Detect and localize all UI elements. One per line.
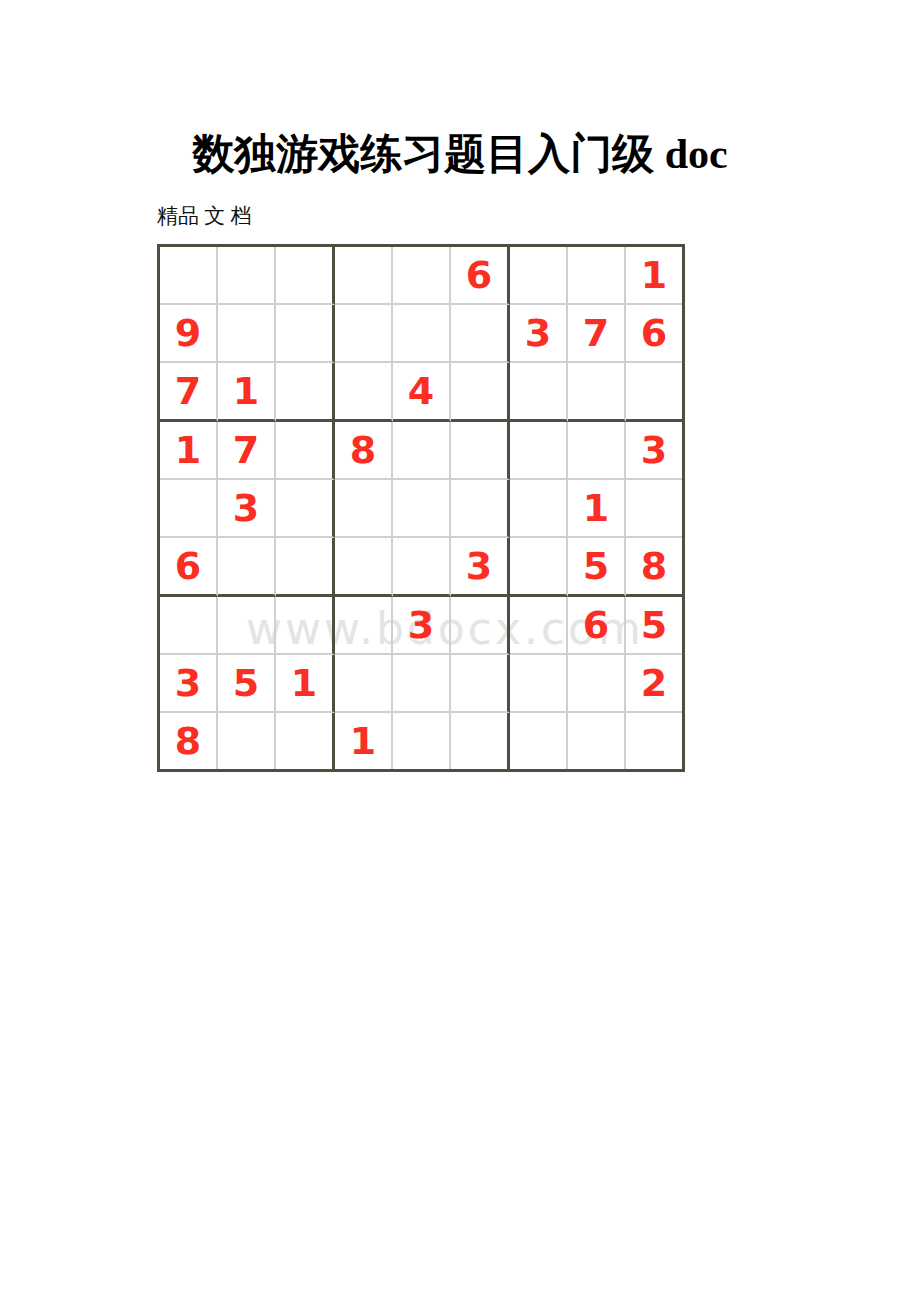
sudoku-grid: 6193767141783316358365351281 xyxy=(160,247,682,769)
cell-r9c1: 8 xyxy=(160,713,218,769)
cell-r3c7 xyxy=(510,363,568,422)
cell-r6c7 xyxy=(510,538,568,597)
cell-r5c3 xyxy=(276,480,335,538)
cell-r5c9 xyxy=(626,480,682,538)
cell-r5c2: 3 xyxy=(218,480,276,538)
given-digit: 8 xyxy=(350,431,376,469)
given-digit: 8 xyxy=(641,547,667,585)
given-digit: 9 xyxy=(175,314,201,352)
given-digit: 8 xyxy=(175,722,201,760)
given-digit: 5 xyxy=(583,547,609,585)
board-row-1: 61 xyxy=(160,247,682,305)
cell-r1c1 xyxy=(160,247,218,305)
cell-r3c3 xyxy=(276,363,335,422)
board-row-6: 6358 xyxy=(160,538,682,597)
cell-r7c4 xyxy=(335,597,393,655)
cell-r4c3 xyxy=(276,422,335,480)
cell-r3c9 xyxy=(626,363,682,422)
cell-r3c4 xyxy=(335,363,393,422)
board-row-3: 714 xyxy=(160,363,682,422)
cell-r6c4 xyxy=(335,538,393,597)
board-row-4: 1783 xyxy=(160,422,682,480)
cell-r7c6 xyxy=(451,597,510,655)
given-digit: 7 xyxy=(583,314,609,352)
board-row-7: 365 xyxy=(160,597,682,655)
given-digit: 4 xyxy=(408,372,434,410)
cell-r5c1 xyxy=(160,480,218,538)
cell-r5c7 xyxy=(510,480,568,538)
given-digit: 3 xyxy=(408,606,434,644)
cell-r2c3 xyxy=(276,305,335,363)
cell-r5c5 xyxy=(393,480,451,538)
cell-r7c5: 3 xyxy=(393,597,451,655)
cell-r9c7 xyxy=(510,713,568,769)
cell-r8c8 xyxy=(568,655,626,713)
cell-r6c6: 3 xyxy=(451,538,510,597)
cell-r6c3 xyxy=(276,538,335,597)
cell-r7c8: 6 xyxy=(568,597,626,655)
cell-r3c1: 7 xyxy=(160,363,218,422)
given-digit: 5 xyxy=(233,664,259,702)
given-digit: 3 xyxy=(525,314,551,352)
cell-r1c6: 6 xyxy=(451,247,510,305)
given-digit: 6 xyxy=(641,314,667,352)
cell-r9c3 xyxy=(276,713,335,769)
sudoku-board: www.bdocx.com 61937671417833163583653512… xyxy=(157,244,685,772)
given-digit: 1 xyxy=(175,431,201,469)
cell-r3c8 xyxy=(568,363,626,422)
given-digit: 7 xyxy=(233,431,259,469)
cell-r1c5 xyxy=(393,247,451,305)
given-digit: 1 xyxy=(641,256,667,294)
cell-r9c4: 1 xyxy=(335,713,393,769)
cell-r2c6 xyxy=(451,305,510,363)
cell-r5c6 xyxy=(451,480,510,538)
given-digit: 3 xyxy=(466,547,492,585)
given-digit: 2 xyxy=(641,664,667,702)
board-row-8: 3512 xyxy=(160,655,682,713)
cell-r2c5 xyxy=(393,305,451,363)
cell-r6c5 xyxy=(393,538,451,597)
given-digit: 5 xyxy=(641,606,667,644)
cell-r7c9: 5 xyxy=(626,597,682,655)
cell-r9c8 xyxy=(568,713,626,769)
cell-r8c1: 3 xyxy=(160,655,218,713)
cell-r1c4 xyxy=(335,247,393,305)
cell-r2c4 xyxy=(335,305,393,363)
cell-r9c6 xyxy=(451,713,510,769)
cell-r8c7 xyxy=(510,655,568,713)
cell-r2c1: 9 xyxy=(160,305,218,363)
given-digit: 6 xyxy=(583,606,609,644)
cell-r4c9: 3 xyxy=(626,422,682,480)
cell-r6c1: 6 xyxy=(160,538,218,597)
cell-r6c9: 8 xyxy=(626,538,682,597)
cell-r1c8 xyxy=(568,247,626,305)
page-title: 数独游戏练习题目入门级 doc xyxy=(0,128,920,181)
cell-r2c8: 7 xyxy=(568,305,626,363)
cell-r7c1 xyxy=(160,597,218,655)
cell-r9c5 xyxy=(393,713,451,769)
cell-r8c3: 1 xyxy=(276,655,335,713)
cell-r3c5: 4 xyxy=(393,363,451,422)
cell-r2c7: 3 xyxy=(510,305,568,363)
cell-r4c7 xyxy=(510,422,568,480)
cell-r1c2 xyxy=(218,247,276,305)
cell-r6c2 xyxy=(218,538,276,597)
board-row-5: 31 xyxy=(160,480,682,538)
given-digit: 3 xyxy=(175,664,201,702)
cell-r5c4 xyxy=(335,480,393,538)
cell-r6c8: 5 xyxy=(568,538,626,597)
given-digit: 1 xyxy=(291,664,317,702)
cell-r7c7 xyxy=(510,597,568,655)
given-digit: 6 xyxy=(175,547,201,585)
board-row-9: 81 xyxy=(160,713,682,769)
cell-r8c6 xyxy=(451,655,510,713)
cell-r4c1: 1 xyxy=(160,422,218,480)
cell-r3c2: 1 xyxy=(218,363,276,422)
subtitle: 精品 文 档 xyxy=(157,203,920,230)
cell-r3c6 xyxy=(451,363,510,422)
given-digit: 3 xyxy=(641,431,667,469)
document-page: 数独游戏练习题目入门级 doc 精品 文 档 www.bdocx.com 619… xyxy=(0,0,920,1302)
cell-r4c2: 7 xyxy=(218,422,276,480)
given-digit: 1 xyxy=(350,722,376,760)
given-digit: 1 xyxy=(583,489,609,527)
cell-r4c4: 8 xyxy=(335,422,393,480)
given-digit: 1 xyxy=(233,372,259,410)
cell-r2c9: 6 xyxy=(626,305,682,363)
cell-r5c8: 1 xyxy=(568,480,626,538)
cell-r4c5 xyxy=(393,422,451,480)
cell-r1c3 xyxy=(276,247,335,305)
cell-r8c9: 2 xyxy=(626,655,682,713)
cell-r4c6 xyxy=(451,422,510,480)
cell-r7c3 xyxy=(276,597,335,655)
cell-r4c8 xyxy=(568,422,626,480)
cell-r9c9 xyxy=(626,713,682,769)
cell-r8c2: 5 xyxy=(218,655,276,713)
cell-r9c2 xyxy=(218,713,276,769)
cell-r1c9: 1 xyxy=(626,247,682,305)
cell-r8c4 xyxy=(335,655,393,713)
board-row-2: 9376 xyxy=(160,305,682,363)
given-digit: 7 xyxy=(175,372,201,410)
given-digit: 6 xyxy=(466,256,492,294)
given-digit: 3 xyxy=(233,489,259,527)
cell-r8c5 xyxy=(393,655,451,713)
cell-r1c7 xyxy=(510,247,568,305)
cell-r2c2 xyxy=(218,305,276,363)
cell-r7c2 xyxy=(218,597,276,655)
